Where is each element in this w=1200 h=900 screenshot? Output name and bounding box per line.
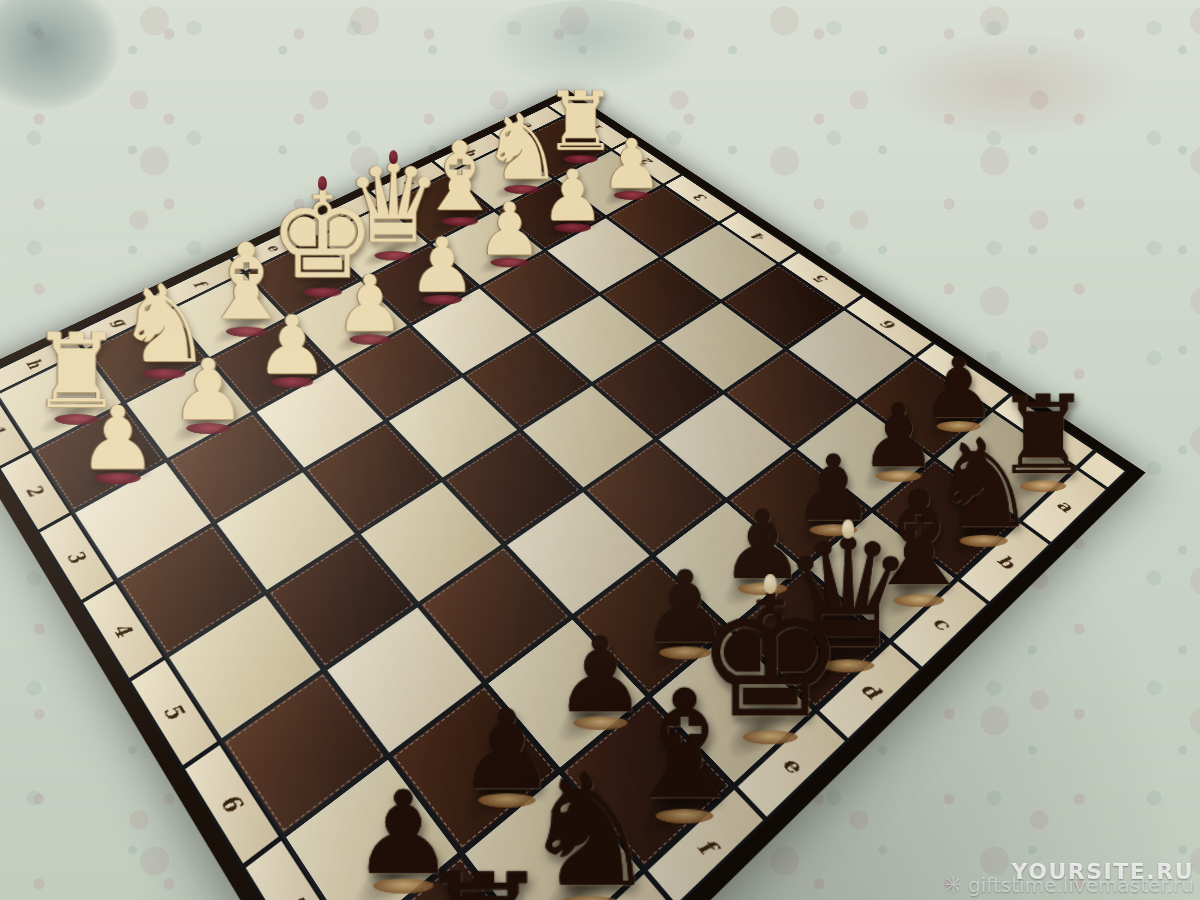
piece-black-rook-h8[interactable]: ♜ (387, 853, 581, 900)
board-coordinate-frame: hgfedcba 12345678 ♜♞♝♚♛♝♞♜♟♟♟♟♟♟♟♟♟♟♟♟♟♟… (0, 96, 1128, 900)
carpet-floral-motif (0, 0, 120, 110)
board-squares-grid: ♜♞♝♚♛♝♞♜♟♟♟♟♟♟♟♟♟♟♟♟♟♟♟♟♜♞♝♚♛♝♞♜ (0, 117, 1077, 900)
carpet-floral-motif (880, 30, 1140, 140)
flower-asterisk-icon: ✳ (944, 874, 962, 896)
watermark: YOURSITE.RU ✳giftstime.livemaster.ru (944, 860, 1194, 896)
scene-carpet-background: hgfedcba 12345678 ♜♞♝♚♛♝♞♜♟♟♟♟♟♟♟♟♟♟♟♟♟♟… (0, 0, 1200, 900)
piece-white-pawn-h2[interactable]: ♟ (49, 394, 187, 482)
chess-board: hgfedcba 12345678 ♜♞♝♚♛♝♞♜♟♟♟♟♟♟♟♟♟♟♟♟♟♟… (0, 90, 1146, 900)
board-outer-rim: hgfedcba 12345678 ♜♞♝♚♛♝♞♜♟♟♟♟♟♟♟♟♟♟♟♟♟♟… (0, 90, 1146, 900)
watermark-store-text: ✳giftstime.livemaster.ru (944, 874, 1194, 896)
watermark-store-url: giftstime.livemaster.ru (968, 873, 1194, 897)
